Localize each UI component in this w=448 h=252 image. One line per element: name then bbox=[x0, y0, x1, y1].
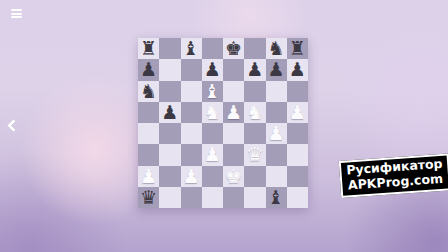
white-pawn-piece[interactable]: ♟ bbox=[225, 102, 242, 121]
square-g2[interactable] bbox=[266, 166, 287, 187]
square-a3[interactable] bbox=[138, 144, 159, 165]
white-bishop-piece[interactable]: ♝ bbox=[204, 81, 221, 100]
square-d4[interactable] bbox=[202, 123, 223, 144]
square-d6[interactable]: ♝ bbox=[202, 81, 223, 102]
square-c6[interactable] bbox=[181, 81, 202, 102]
square-c7[interactable] bbox=[181, 59, 202, 80]
white-pawn-piece[interactable]: ♟ bbox=[140, 166, 157, 185]
square-c1[interactable] bbox=[181, 187, 202, 208]
square-d3[interactable]: ♟ bbox=[202, 144, 223, 165]
black-rook-piece[interactable]: ♜ bbox=[140, 39, 157, 58]
square-g3[interactable] bbox=[266, 144, 287, 165]
square-h6[interactable] bbox=[287, 81, 308, 102]
square-g4[interactable]: ♟ bbox=[266, 123, 287, 144]
square-a2[interactable]: ♟ bbox=[138, 166, 159, 187]
square-e6[interactable] bbox=[223, 81, 244, 102]
square-h7[interactable]: ♟ bbox=[287, 59, 308, 80]
white-pawn-piece[interactable]: ♟ bbox=[289, 102, 306, 121]
square-f4[interactable] bbox=[244, 123, 265, 144]
back-button[interactable] bbox=[3, 115, 21, 137]
square-c3[interactable] bbox=[181, 144, 202, 165]
black-rook-piece[interactable]: ♜ bbox=[289, 39, 306, 58]
white-knight-piece[interactable]: ♞ bbox=[246, 102, 263, 121]
square-a7[interactable]: ♟ bbox=[138, 59, 159, 80]
square-b4[interactable] bbox=[159, 123, 180, 144]
black-pawn-piece[interactable]: ♟ bbox=[161, 102, 178, 121]
black-pawn-piece[interactable]: ♟ bbox=[140, 60, 157, 79]
white-queen-piece[interactable]: ♛ bbox=[246, 145, 263, 164]
hamburger-icon bbox=[11, 9, 25, 18]
black-bishop-piece[interactable]: ♝ bbox=[183, 39, 200, 58]
square-h5[interactable]: ♟ bbox=[287, 102, 308, 123]
square-g7[interactable]: ♟ bbox=[266, 59, 287, 80]
square-a8[interactable]: ♜ bbox=[138, 38, 159, 59]
square-e7[interactable] bbox=[223, 59, 244, 80]
square-c2[interactable]: ♟ bbox=[181, 166, 202, 187]
square-g1[interactable]: ♝ bbox=[266, 187, 287, 208]
square-d7[interactable]: ♟ bbox=[202, 59, 223, 80]
white-pawn-piece[interactable]: ♟ bbox=[268, 124, 285, 143]
square-b3[interactable] bbox=[159, 144, 180, 165]
square-f7[interactable]: ♟ bbox=[244, 59, 265, 80]
square-f8[interactable] bbox=[244, 38, 265, 59]
square-c5[interactable] bbox=[181, 102, 202, 123]
square-h4[interactable] bbox=[287, 123, 308, 144]
square-a5[interactable] bbox=[138, 102, 159, 123]
white-king-piece[interactable]: ♚ bbox=[225, 166, 242, 185]
square-a1[interactable]: ♛ bbox=[138, 187, 159, 208]
square-a4[interactable] bbox=[138, 123, 159, 144]
white-knight-piece[interactable]: ♞ bbox=[204, 102, 221, 121]
square-a6[interactable]: ♞ bbox=[138, 81, 159, 102]
square-c8[interactable]: ♝ bbox=[181, 38, 202, 59]
black-knight-piece[interactable]: ♞ bbox=[268, 39, 285, 58]
square-g5[interactable] bbox=[266, 102, 287, 123]
square-f1[interactable] bbox=[244, 187, 265, 208]
square-b8[interactable] bbox=[159, 38, 180, 59]
square-f3[interactable]: ♛ bbox=[244, 144, 265, 165]
square-e8[interactable]: ♚ bbox=[223, 38, 244, 59]
white-pawn-piece[interactable]: ♟ bbox=[183, 166, 200, 185]
square-h8[interactable]: ♜ bbox=[287, 38, 308, 59]
square-d8[interactable] bbox=[202, 38, 223, 59]
black-pawn-piece[interactable]: ♟ bbox=[268, 60, 285, 79]
black-pawn-piece[interactable]: ♟ bbox=[289, 60, 306, 79]
square-g6[interactable] bbox=[266, 81, 287, 102]
square-c4[interactable] bbox=[181, 123, 202, 144]
chevron-left-icon bbox=[7, 119, 20, 132]
square-f5[interactable]: ♞ bbox=[244, 102, 265, 123]
square-e2[interactable]: ♚ bbox=[223, 166, 244, 187]
square-d1[interactable] bbox=[202, 187, 223, 208]
square-h2[interactable] bbox=[287, 166, 308, 187]
square-h3[interactable] bbox=[287, 144, 308, 165]
square-d2[interactable] bbox=[202, 166, 223, 187]
square-e3[interactable] bbox=[223, 144, 244, 165]
white-pawn-piece[interactable]: ♟ bbox=[204, 145, 221, 164]
black-knight-piece[interactable]: ♞ bbox=[140, 81, 157, 100]
square-b5[interactable]: ♟ bbox=[159, 102, 180, 123]
square-b2[interactable] bbox=[159, 166, 180, 187]
menu-button[interactable] bbox=[11, 8, 25, 20]
square-e4[interactable] bbox=[223, 123, 244, 144]
black-queen-piece[interactable]: ♛ bbox=[140, 187, 157, 206]
black-bishop-piece[interactable]: ♝ bbox=[268, 187, 285, 206]
square-h1[interactable] bbox=[287, 187, 308, 208]
game-screen: ♜♝♚♞♜♟♟♟♟♟♞♝♟♞♟♞♟♟♟♛♟♟♚♛♝ Русификатор AP… bbox=[0, 0, 448, 252]
square-e1[interactable] bbox=[223, 187, 244, 208]
square-f2[interactable] bbox=[244, 166, 265, 187]
square-f6[interactable] bbox=[244, 81, 265, 102]
black-pawn-piece[interactable]: ♟ bbox=[246, 60, 263, 79]
square-b1[interactable] bbox=[159, 187, 180, 208]
square-e5[interactable]: ♟ bbox=[223, 102, 244, 123]
square-g8[interactable]: ♞ bbox=[266, 38, 287, 59]
square-b6[interactable] bbox=[159, 81, 180, 102]
black-pawn-piece[interactable]: ♟ bbox=[204, 60, 221, 79]
chess-board[interactable]: ♜♝♚♞♜♟♟♟♟♟♞♝♟♞♟♞♟♟♟♛♟♟♚♛♝ bbox=[138, 38, 308, 208]
square-b7[interactable] bbox=[159, 59, 180, 80]
watermark: Русификатор APKProg.com bbox=[339, 153, 448, 197]
black-king-piece[interactable]: ♚ bbox=[225, 39, 242, 58]
square-d5[interactable]: ♞ bbox=[202, 102, 223, 123]
